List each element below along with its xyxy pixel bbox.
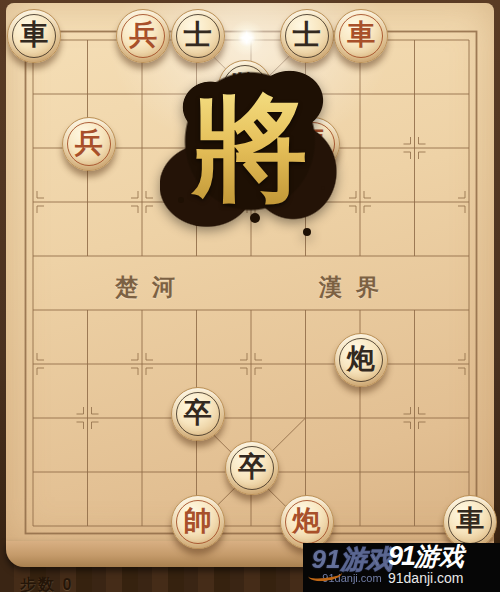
piece-black-chariot[interactable]: 車 bbox=[443, 495, 497, 549]
piece-black-advisor[interactable]: 士 bbox=[171, 9, 225, 63]
watermark-ghost-logo: 91游戏 91danji.com bbox=[302, 546, 402, 585]
piece-character: 兵 bbox=[63, 118, 115, 170]
watermark-solid-logo: 91游戏 91danji.com bbox=[388, 544, 500, 587]
piece-red-horse[interactable]: 馬 bbox=[286, 117, 340, 171]
piece-black-soldier[interactable]: 卒 bbox=[225, 441, 279, 495]
piece-red-general[interactable]: 帥 bbox=[171, 495, 225, 549]
piece-red-soldier[interactable]: 兵 bbox=[62, 117, 116, 171]
piece-black-chariot[interactable]: 車 bbox=[7, 9, 61, 63]
piece-red-cannon[interactable]: 炮 bbox=[280, 495, 334, 549]
step-counter-label: 步数 bbox=[20, 576, 56, 592]
piece-character: 將 bbox=[219, 61, 271, 113]
piece-character: 士 bbox=[172, 10, 224, 62]
piece-character: 車 bbox=[335, 10, 387, 62]
piece-character: 帥 bbox=[172, 496, 224, 548]
piece-character: 炮 bbox=[281, 496, 333, 548]
river-label-chu: 楚河 bbox=[92, 272, 212, 303]
piece-character: 炮 bbox=[335, 334, 387, 386]
solid-logo-domain: 91danji.com bbox=[388, 569, 500, 587]
piece-character: 車 bbox=[8, 10, 60, 62]
piece-character: 馬 bbox=[287, 118, 339, 170]
piece-black-general[interactable]: 將 bbox=[218, 60, 272, 114]
river-label-han: 漢界 bbox=[296, 272, 416, 303]
ghost-logo-cn: 游戏 bbox=[340, 544, 392, 574]
solid-logo-cn: 游戏 bbox=[414, 542, 464, 570]
piece-black-soldier[interactable]: 卒 bbox=[171, 387, 225, 441]
solid-logo-number: 91 bbox=[388, 541, 414, 571]
piece-black-cannon[interactable]: 炮 bbox=[334, 333, 388, 387]
piece-character: 車 bbox=[444, 496, 496, 548]
piece-character: 士 bbox=[281, 10, 333, 62]
piece-character: 卒 bbox=[172, 388, 224, 440]
piece-red-chariot[interactable]: 車 bbox=[334, 9, 388, 63]
step-counter: 步数 0 bbox=[20, 575, 73, 592]
piece-black-advisor[interactable]: 士 bbox=[280, 9, 334, 63]
xiangqi-app-screen: 楚河 漢界 車兵士士車將兵馬炮卒卒帥炮車 將 ✦ 步数 0 91游戏 91dan… bbox=[0, 0, 500, 592]
step-counter-value: 0 bbox=[62, 576, 73, 592]
piece-character: 卒 bbox=[226, 442, 278, 494]
piece-red-soldier[interactable]: 兵 bbox=[116, 9, 170, 63]
piece-character: 兵 bbox=[117, 10, 169, 62]
